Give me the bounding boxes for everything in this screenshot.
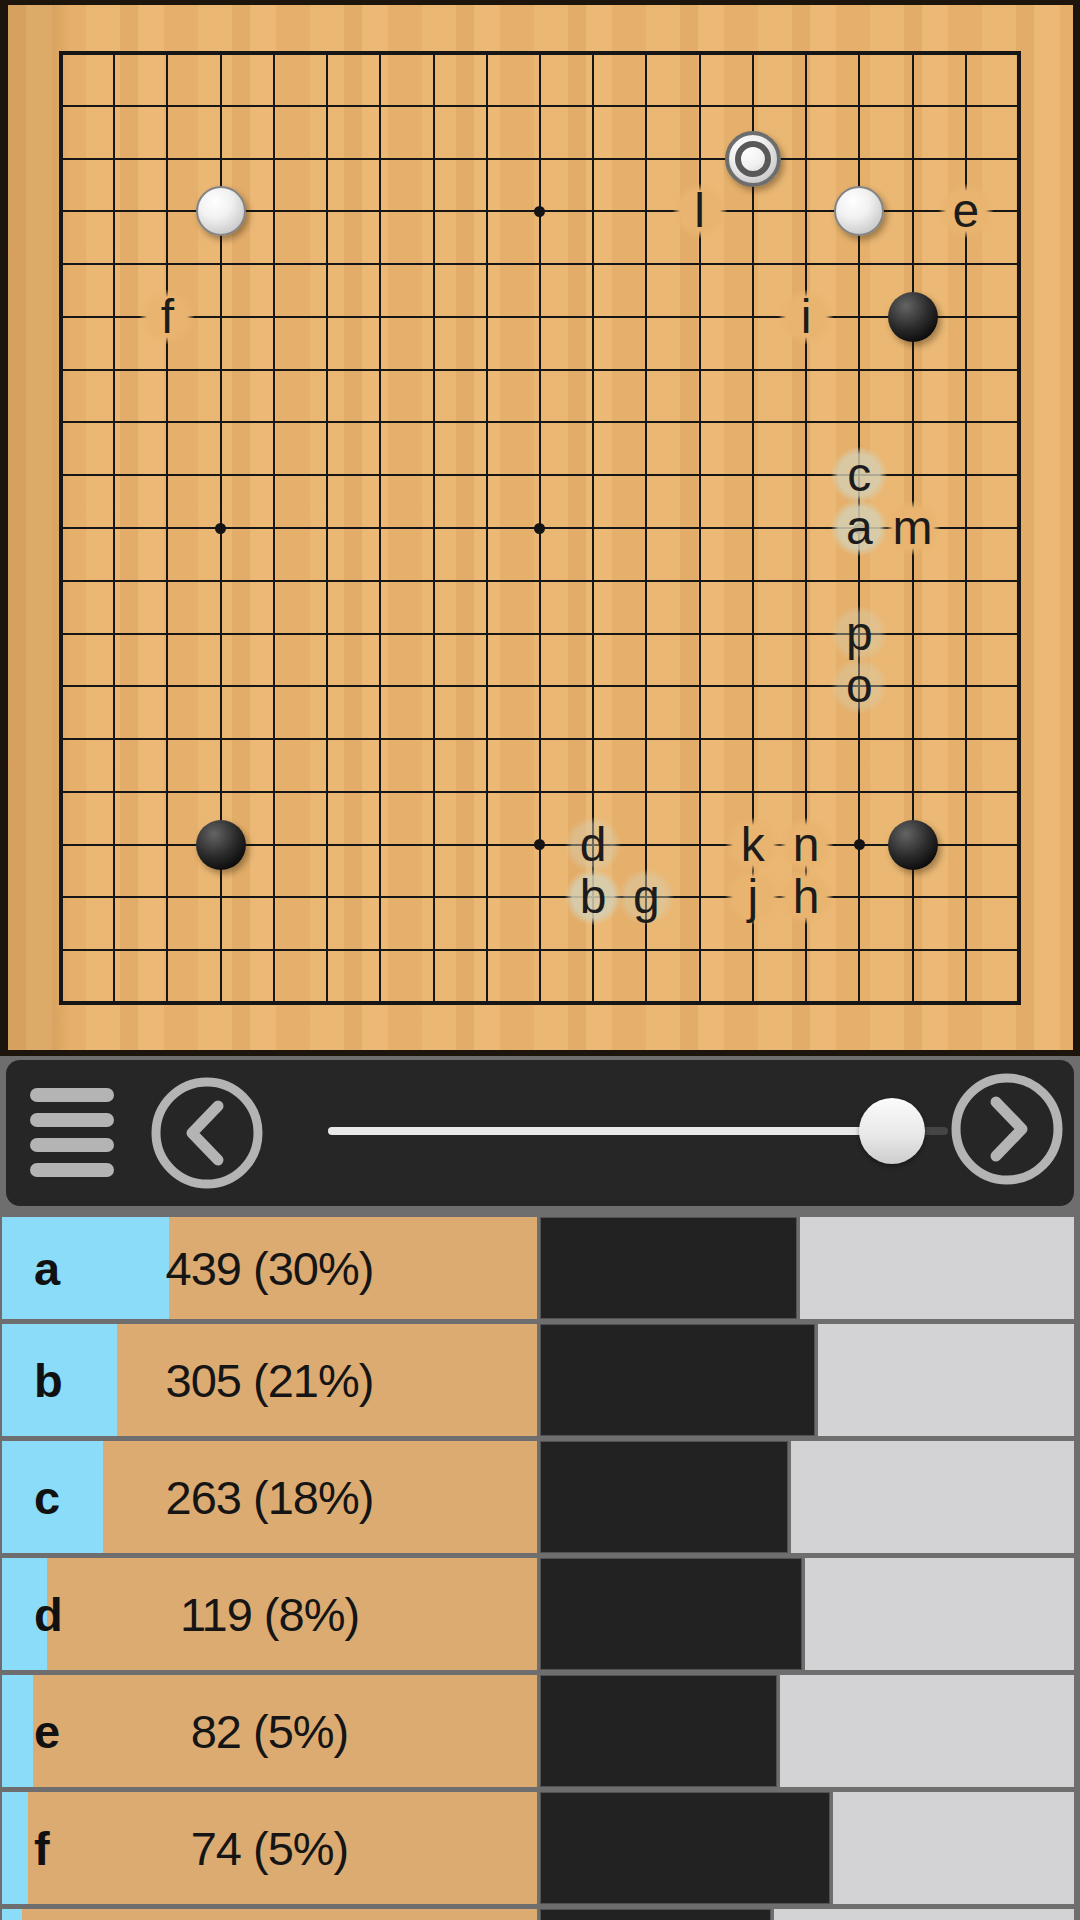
move-row-e[interactable]: e82 (5%) <box>0 1675 1080 1787</box>
star-point <box>534 206 545 217</box>
stone-black-r14 <box>888 292 938 342</box>
move-row-f[interactable]: f74 (5%) <box>0 1792 1080 1904</box>
stone-white-d16 <box>196 186 246 236</box>
move-label-b[interactable]: b <box>565 869 621 925</box>
white-winrate-bar <box>774 1909 1074 1920</box>
move-label-d[interactable]: d <box>565 817 621 873</box>
white-winrate-bar <box>791 1441 1074 1553</box>
stone-black-r4 <box>888 820 938 870</box>
toolbar <box>0 1056 1080 1212</box>
grid-line <box>59 738 1021 740</box>
games-count: 263 (18%) <box>2 1470 537 1525</box>
move-row-c[interactable]: c263 (18%) <box>0 1441 1080 1553</box>
slider-thumb[interactable] <box>859 1098 925 1164</box>
menu-button[interactable] <box>30 1088 114 1178</box>
star-point <box>215 523 226 534</box>
move-label-f[interactable]: f <box>139 289 195 345</box>
joseki-explorer-screen: { "game": "go", "app": {"background": "#… <box>0 0 1080 1920</box>
grid-line <box>1017 51 1021 1005</box>
black-winrate-bar <box>540 1217 797 1319</box>
count-bar <box>2 1909 537 1920</box>
move-row-a[interactable]: a439 (30%) <box>0 1217 1080 1319</box>
prev-move-button[interactable] <box>147 1073 267 1193</box>
move-label-o[interactable]: o <box>831 658 887 714</box>
games-count: 439 (30%) <box>2 1241 537 1296</box>
grid-line <box>59 1001 1021 1005</box>
games-count: 82 (5%) <box>2 1704 537 1759</box>
black-winrate-bar <box>540 1441 788 1553</box>
games-count: 74 (5%) <box>2 1821 537 1876</box>
move-label-j[interactable]: j <box>725 869 781 925</box>
move-row-extra[interactable] <box>0 1909 1080 1920</box>
white-winrate-bar <box>818 1324 1074 1436</box>
stone-white-o17 <box>725 131 781 187</box>
chevron-left-circle-icon <box>147 1073 267 1193</box>
white-winrate-bar <box>805 1558 1074 1670</box>
games-count: 119 (8%) <box>2 1587 537 1642</box>
star-point <box>534 839 545 850</box>
grid-line <box>59 896 1021 898</box>
popularity-strip <box>2 1909 22 1920</box>
next-move-button[interactable] <box>947 1069 1067 1189</box>
move-label-m[interactable]: m <box>885 500 941 556</box>
slider-fill <box>328 1127 892 1135</box>
move-label-a[interactable]: a <box>831 500 887 556</box>
chevron-right-circle-icon <box>947 1069 1067 1189</box>
move-label-p[interactable]: p <box>831 606 887 662</box>
grid-line <box>645 51 647 1005</box>
stone-black-d4 <box>196 820 246 870</box>
menu-icon <box>30 1088 114 1102</box>
move-label-l[interactable]: l <box>672 183 728 239</box>
black-winrate-bar <box>540 1909 771 1920</box>
move-statistics-list: a439 (30%)b305 (21%)c263 (18%)d119 (8%)e… <box>0 1212 1080 1920</box>
move-label-i[interactable]: i <box>778 289 834 345</box>
black-winrate-bar <box>540 1792 830 1904</box>
star-point <box>534 523 545 534</box>
move-row-b[interactable]: b305 (21%) <box>0 1324 1080 1436</box>
star-point <box>854 839 865 850</box>
move-label-h[interactable]: h <box>778 869 834 925</box>
move-label-c[interactable]: c <box>831 447 887 503</box>
black-winrate-bar <box>540 1675 777 1787</box>
go-board[interactable]: abcdefghijklmnop <box>0 0 1080 1056</box>
grid-line <box>59 791 1021 793</box>
move-label-n[interactable]: n <box>778 817 834 873</box>
move-label-k[interactable]: k <box>725 817 781 873</box>
last-move-marker <box>735 141 771 177</box>
board-wood: abcdefghijklmnop <box>8 5 1073 1050</box>
white-winrate-bar <box>833 1792 1074 1904</box>
games-count: 305 (21%) <box>2 1353 537 1408</box>
stone-white-q16 <box>834 186 884 236</box>
white-winrate-bar <box>800 1217 1074 1319</box>
black-winrate-bar <box>540 1324 815 1436</box>
move-label-e[interactable]: e <box>938 183 994 239</box>
grid-line <box>59 580 1021 582</box>
black-winrate-bar <box>540 1558 802 1670</box>
move-row-d[interactable]: d119 (8%) <box>0 1558 1080 1670</box>
move-slider[interactable] <box>328 1125 948 1137</box>
white-winrate-bar <box>780 1675 1074 1787</box>
grid-line <box>59 949 1021 951</box>
move-label-g[interactable]: g <box>618 869 674 925</box>
